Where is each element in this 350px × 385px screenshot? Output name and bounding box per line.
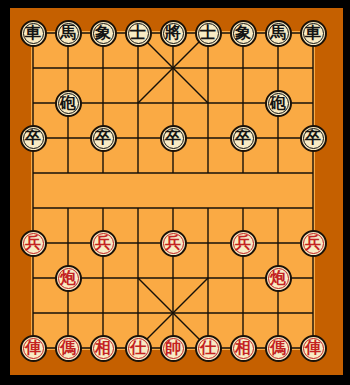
red-soldier-glyph: 兵 [25, 235, 41, 251]
red-soldier-glyph: 兵 [95, 235, 111, 251]
board-intersection: 仕 [121, 331, 156, 366]
board-intersection [261, 156, 296, 191]
board-intersection [121, 86, 156, 121]
board-intersection [121, 296, 156, 331]
red-soldier[interactable]: 兵 [230, 230, 257, 257]
red-advisor[interactable]: 仕 [195, 335, 222, 362]
board-intersection: 卒 [156, 121, 191, 156]
black-soldier[interactable]: 卒 [20, 125, 47, 152]
board-intersection [296, 156, 331, 191]
board-intersection: 俥 [296, 331, 331, 366]
board-intersection [261, 191, 296, 226]
board-intersection [86, 86, 121, 121]
red-horse[interactable]: 傌 [265, 335, 292, 362]
board-intersection: 士 [191, 16, 226, 51]
black-cannon-glyph: 砲 [60, 95, 76, 111]
red-general-glyph: 帥 [165, 340, 181, 356]
board-intersection: 馬 [261, 16, 296, 51]
board-intersection [226, 191, 261, 226]
board-intersection [296, 191, 331, 226]
board-intersection [156, 296, 191, 331]
board-intersection [261, 51, 296, 86]
board-intersection: 帥 [156, 331, 191, 366]
red-elephant-glyph: 相 [235, 340, 251, 356]
board-intersection [226, 156, 261, 191]
board-intersection [191, 86, 226, 121]
board-intersection: 傌 [261, 331, 296, 366]
board-intersection: 兵 [16, 226, 51, 261]
black-soldier[interactable]: 卒 [90, 125, 117, 152]
board-intersection [16, 296, 51, 331]
board-intersection [121, 156, 156, 191]
board-intersection [156, 51, 191, 86]
board-intersection [51, 121, 86, 156]
black-chariot[interactable]: 車 [20, 20, 47, 47]
red-soldier-glyph: 兵 [165, 235, 181, 251]
board-intersection: 馬 [51, 16, 86, 51]
board-intersection: 卒 [226, 121, 261, 156]
board-intersection [16, 191, 51, 226]
board-intersection: 將 [156, 16, 191, 51]
board-intersection [156, 261, 191, 296]
board-intersection [51, 51, 86, 86]
board-intersection: 兵 [296, 226, 331, 261]
black-elephant[interactable]: 象 [230, 20, 257, 47]
board-intersection [51, 191, 86, 226]
black-horse[interactable]: 馬 [55, 20, 82, 47]
red-cannon-glyph: 炮 [60, 270, 76, 286]
red-advisor[interactable]: 仕 [125, 335, 152, 362]
board-intersection [121, 121, 156, 156]
xiangqi-board: 車馬象士將士象馬車砲砲卒卒卒卒卒兵兵兵兵兵炮炮俥傌相仕帥仕相傌俥 [0, 0, 350, 385]
board-intersection: 士 [121, 16, 156, 51]
board-intersection [16, 261, 51, 296]
board-intersection [226, 261, 261, 296]
board-intersection [296, 261, 331, 296]
black-soldier-glyph: 卒 [95, 130, 111, 146]
board-intersection [86, 296, 121, 331]
black-soldier-glyph: 卒 [235, 130, 251, 146]
board-intersection: 象 [226, 16, 261, 51]
red-chariot-glyph: 俥 [25, 340, 41, 356]
black-chariot[interactable]: 車 [300, 20, 327, 47]
board-intersection [226, 296, 261, 331]
board-intersection: 相 [226, 331, 261, 366]
black-horse-glyph: 馬 [270, 25, 286, 41]
board-intersection: 兵 [86, 226, 121, 261]
board-intersection: 炮 [261, 261, 296, 296]
board-intersection [156, 86, 191, 121]
red-elephant-glyph: 相 [95, 340, 111, 356]
board-intersection [191, 226, 226, 261]
black-chariot-glyph: 車 [305, 25, 321, 41]
black-soldier-glyph: 卒 [165, 130, 181, 146]
red-chariot[interactable]: 俥 [300, 335, 327, 362]
board-intersection: 象 [86, 16, 121, 51]
black-soldier-glyph: 卒 [25, 130, 41, 146]
board-intersection: 仕 [191, 331, 226, 366]
black-elephant-glyph: 象 [95, 25, 111, 41]
board-intersection: 相 [86, 331, 121, 366]
board-intersection [51, 226, 86, 261]
red-advisor-glyph: 仕 [200, 340, 216, 356]
red-soldier-glyph: 兵 [305, 235, 321, 251]
board-intersection [86, 156, 121, 191]
black-chariot-glyph: 車 [25, 25, 41, 41]
black-cannon-glyph: 砲 [270, 95, 286, 111]
board-intersection [16, 156, 51, 191]
red-chariot-glyph: 俥 [305, 340, 321, 356]
board-intersection [191, 51, 226, 86]
red-horse-glyph: 傌 [60, 340, 76, 356]
board-intersection [261, 121, 296, 156]
red-elephant[interactable]: 相 [90, 335, 117, 362]
red-horse[interactable]: 傌 [55, 335, 82, 362]
board-intersection [51, 296, 86, 331]
board-intersection [86, 51, 121, 86]
board-intersection: 兵 [156, 226, 191, 261]
board-intersection [191, 121, 226, 156]
board-intersection [191, 191, 226, 226]
black-advisor[interactable]: 士 [195, 20, 222, 47]
board-intersection: 砲 [51, 86, 86, 121]
black-soldier-glyph: 卒 [305, 130, 321, 146]
board-intersection: 砲 [261, 86, 296, 121]
black-advisor-glyph: 士 [130, 25, 146, 41]
board-intersection: 炮 [51, 261, 86, 296]
board-intersection [191, 261, 226, 296]
piece-grid: 車馬象士將士象馬車砲砲卒卒卒卒卒兵兵兵兵兵炮炮俥傌相仕帥仕相傌俥 [16, 16, 331, 366]
board-intersection [261, 296, 296, 331]
black-soldier[interactable]: 卒 [230, 125, 257, 152]
black-cannon[interactable]: 砲 [265, 90, 292, 117]
red-advisor-glyph: 仕 [130, 340, 146, 356]
board-intersection [191, 296, 226, 331]
red-cannon[interactable]: 炮 [55, 265, 82, 292]
board-intersection [191, 156, 226, 191]
board-intersection [86, 191, 121, 226]
black-elephant-glyph: 象 [235, 25, 251, 41]
board-intersection [121, 51, 156, 86]
black-general-glyph: 將 [165, 25, 181, 41]
black-cannon[interactable]: 砲 [55, 90, 82, 117]
board-intersection [121, 261, 156, 296]
black-elephant[interactable]: 象 [90, 20, 117, 47]
board-intersection [156, 156, 191, 191]
red-soldier[interactable]: 兵 [90, 230, 117, 257]
board-intersection [261, 226, 296, 261]
board-intersection [226, 86, 261, 121]
black-horse[interactable]: 馬 [265, 20, 292, 47]
board-intersection [296, 86, 331, 121]
board-intersection: 卒 [16, 121, 51, 156]
black-soldier[interactable]: 卒 [160, 125, 187, 152]
board-intersection [16, 51, 51, 86]
board-intersection [296, 51, 331, 86]
red-cannon[interactable]: 炮 [265, 265, 292, 292]
board-intersection: 兵 [226, 226, 261, 261]
red-soldier[interactable]: 兵 [20, 230, 47, 257]
board-intersection [121, 191, 156, 226]
board-intersection [156, 191, 191, 226]
board-intersection [16, 86, 51, 121]
board-intersection: 車 [296, 16, 331, 51]
red-elephant[interactable]: 相 [230, 335, 257, 362]
red-soldier[interactable]: 兵 [300, 230, 327, 257]
board-intersection [296, 296, 331, 331]
red-chariot[interactable]: 俥 [20, 335, 47, 362]
black-soldier[interactable]: 卒 [300, 125, 327, 152]
board-intersection: 俥 [16, 331, 51, 366]
black-horse-glyph: 馬 [60, 25, 76, 41]
red-horse-glyph: 傌 [270, 340, 286, 356]
red-cannon-glyph: 炮 [270, 270, 286, 286]
board-intersection: 卒 [86, 121, 121, 156]
board-intersection: 傌 [51, 331, 86, 366]
board-intersection: 卒 [296, 121, 331, 156]
board-intersection [226, 51, 261, 86]
red-soldier-glyph: 兵 [235, 235, 251, 251]
board-intersection [86, 261, 121, 296]
board-intersection [121, 226, 156, 261]
board-intersection [51, 156, 86, 191]
red-general[interactable]: 帥 [160, 335, 187, 362]
red-soldier[interactable]: 兵 [160, 230, 187, 257]
black-general[interactable]: 將 [160, 20, 187, 47]
black-advisor-glyph: 士 [200, 25, 216, 41]
black-advisor[interactable]: 士 [125, 20, 152, 47]
board-intersection: 車 [16, 16, 51, 51]
